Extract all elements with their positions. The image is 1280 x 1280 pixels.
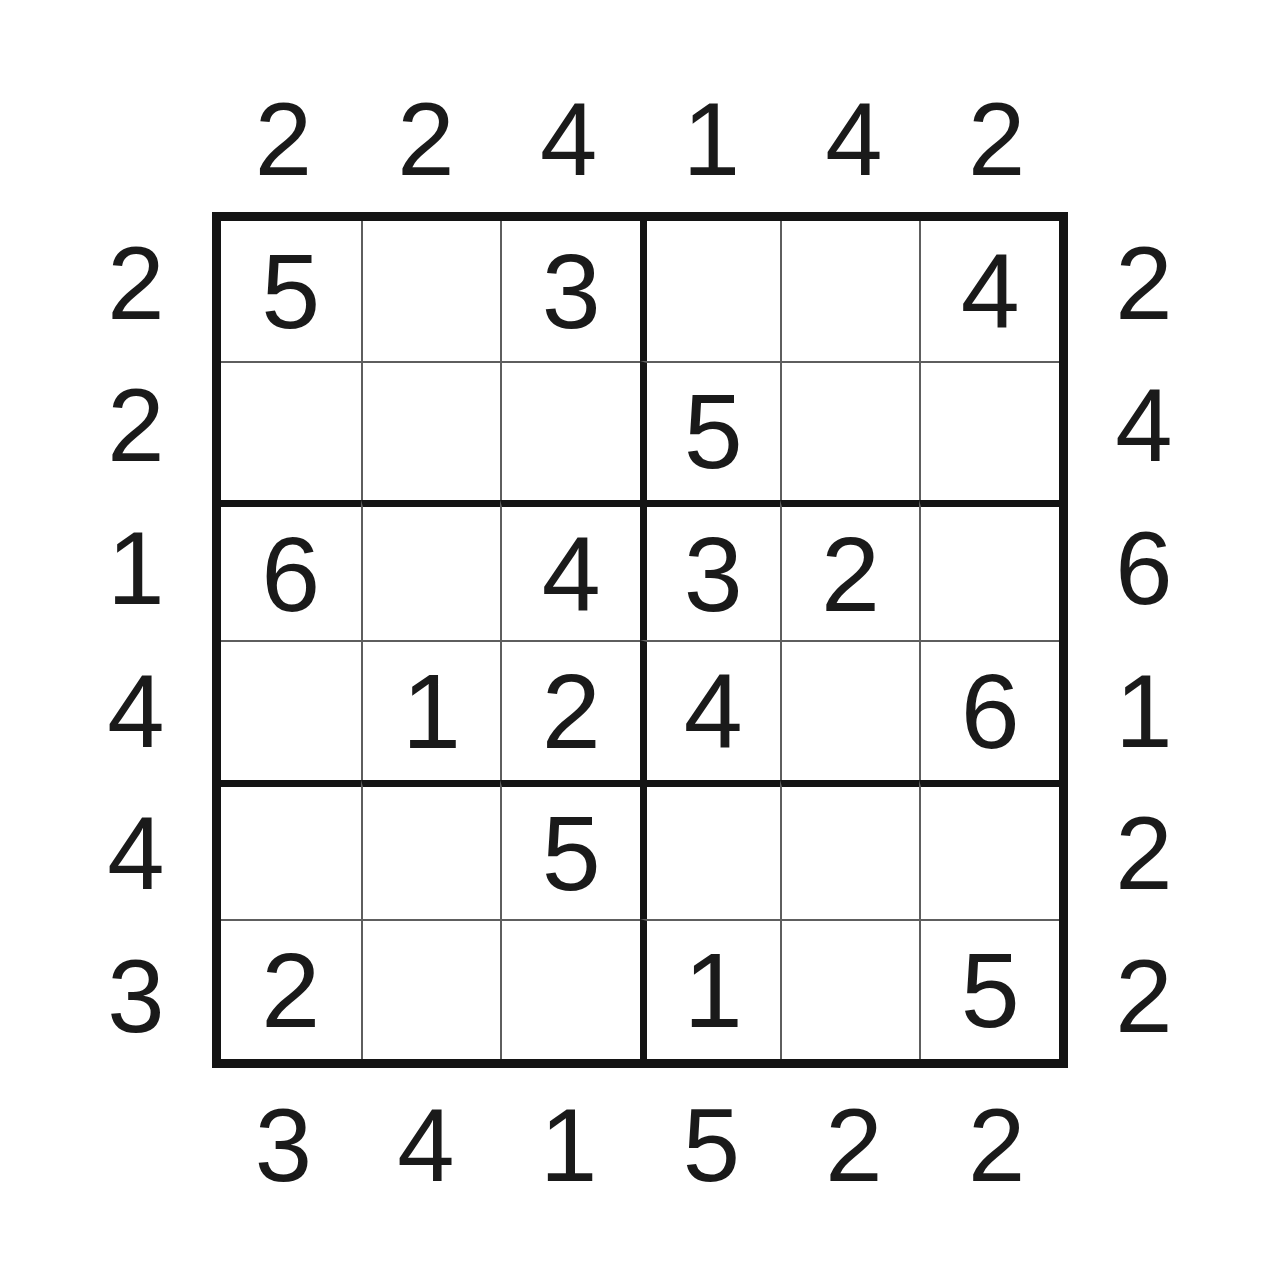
grid-cell-r2c3[interactable] [500, 361, 640, 501]
grid-cell-r2c1[interactable] [221, 361, 361, 501]
clue-bottom-6: 2 [925, 1092, 1068, 1198]
clue-right-5: 2 [1090, 783, 1198, 926]
grid-cell-r6c5[interactable] [780, 919, 920, 1059]
cell-digit: 2 [821, 521, 880, 627]
clue-left-1: 2 [82, 212, 190, 355]
grid-cell-r1c1[interactable]: 5 [221, 221, 361, 361]
puzzle-page: 224142 221443 5345643212465215 246122 34… [0, 0, 1280, 1280]
cell-digit: 1 [402, 658, 461, 764]
grid-cell-r4c2[interactable]: 1 [361, 640, 501, 780]
grid-cell-r3c6[interactable] [919, 500, 1059, 640]
grid-cell-r1c2[interactable] [361, 221, 501, 361]
grid-cell-r3c5[interactable]: 2 [780, 500, 920, 640]
clue-top-6: 2 [925, 86, 1068, 192]
cell-digit: 6 [961, 658, 1020, 764]
cell-digit: 2 [261, 937, 320, 1043]
grid-cell-r2c4[interactable]: 5 [640, 361, 780, 501]
grid-cell-r5c1[interactable] [221, 780, 361, 920]
cell-digit: 5 [542, 800, 601, 906]
clue-bottom-2: 4 [355, 1092, 498, 1198]
clue-left-2: 2 [82, 355, 190, 498]
grid-cell-r2c2[interactable] [361, 361, 501, 501]
grid-cell-r6c2[interactable] [361, 919, 501, 1059]
grid-cell-r3c4[interactable]: 3 [640, 500, 780, 640]
grid-cell-r3c2[interactable] [361, 500, 501, 640]
grid-cell-r2c6[interactable] [919, 361, 1059, 501]
grid-cell-r6c4[interactable]: 1 [640, 919, 780, 1059]
clues-top: 224142 [212, 86, 1068, 192]
clue-bottom-1: 3 [212, 1092, 355, 1198]
cell-digit: 2 [542, 658, 601, 764]
grid-cell-r1c6[interactable]: 4 [919, 221, 1059, 361]
grid-cell-r6c1[interactable]: 2 [221, 919, 361, 1059]
grid-cell-r1c5[interactable] [780, 221, 920, 361]
grid-cell-r4c5[interactable] [780, 640, 920, 780]
cell-digit: 4 [961, 238, 1020, 344]
cell-digit: 4 [684, 658, 743, 764]
clue-right-3: 6 [1090, 497, 1198, 640]
clue-left-5: 4 [82, 783, 190, 926]
clue-top-3: 4 [497, 86, 640, 192]
cell-digit: 3 [542, 238, 601, 344]
clue-top-1: 2 [212, 86, 355, 192]
clue-left-4: 4 [82, 640, 190, 783]
grid-cell-r5c3[interactable]: 5 [500, 780, 640, 920]
clue-top-2: 2 [355, 86, 498, 192]
grid-cell-r5c5[interactable] [780, 780, 920, 920]
cell-digit: 5 [961, 937, 1020, 1043]
grid-cell-r4c1[interactable] [221, 640, 361, 780]
cell-digit: 3 [684, 521, 743, 627]
clue-bottom-5: 2 [783, 1092, 926, 1198]
clue-right-4: 1 [1090, 640, 1198, 783]
cell-digit: 6 [261, 521, 320, 627]
clue-top-5: 4 [783, 86, 926, 192]
grid-cell-r6c6[interactable]: 5 [919, 919, 1059, 1059]
clue-bottom-4: 5 [640, 1092, 783, 1198]
grid-cell-r3c1[interactable]: 6 [221, 500, 361, 640]
clue-left-3: 1 [82, 497, 190, 640]
clues-right: 246122 [1090, 212, 1198, 1068]
grid-cell-r5c4[interactable] [640, 780, 780, 920]
clue-right-2: 4 [1090, 355, 1198, 498]
clue-bottom-3: 1 [497, 1092, 640, 1198]
grid-cell-r3c3[interactable]: 4 [500, 500, 640, 640]
clues-bottom: 341522 [212, 1092, 1068, 1198]
clues-left: 221443 [82, 212, 190, 1068]
clue-left-6: 3 [82, 925, 190, 1068]
grid-cell-r6c3[interactable] [500, 919, 640, 1059]
cell-digit: 5 [261, 238, 320, 344]
grid-cell-r5c2[interactable] [361, 780, 501, 920]
cell-digit: 4 [542, 521, 601, 627]
cell-digit: 1 [684, 937, 743, 1043]
grid-cell-r1c4[interactable] [640, 221, 780, 361]
clue-top-4: 1 [640, 86, 783, 192]
puzzle-board: 5345643212465215 [212, 212, 1068, 1068]
grid-cell-r1c3[interactable]: 3 [500, 221, 640, 361]
grid-cell-r4c4[interactable]: 4 [640, 640, 780, 780]
grid-cell-r4c6[interactable]: 6 [919, 640, 1059, 780]
clue-right-1: 2 [1090, 212, 1198, 355]
clue-right-6: 2 [1090, 925, 1198, 1068]
grid-cell-r5c6[interactable] [919, 780, 1059, 920]
cell-digit: 5 [684, 378, 743, 484]
grid-cell-r4c3[interactable]: 2 [500, 640, 640, 780]
grid-cell-r2c5[interactable] [780, 361, 920, 501]
